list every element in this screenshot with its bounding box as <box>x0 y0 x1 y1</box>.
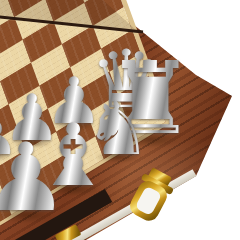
chess-product-photo: ♛♟♜♟♟♞♝♟ <box>0 0 240 240</box>
clasp-hasp-opening <box>135 186 163 217</box>
silver-pawn-d1: ♟ <box>0 131 73 225</box>
